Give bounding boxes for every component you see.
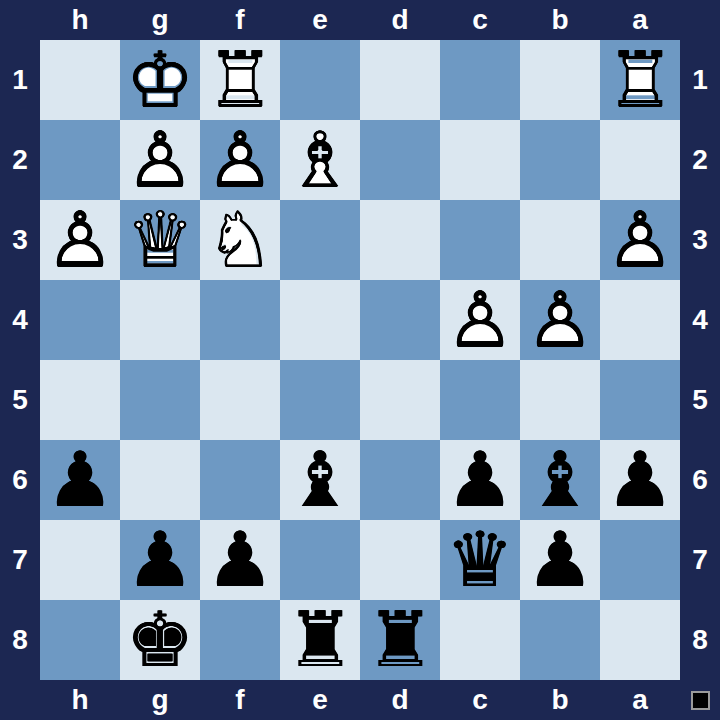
rank-label-6: 6	[680, 440, 720, 520]
square-b1[interactable]	[520, 40, 600, 120]
square-e6[interactable]: ♝	[280, 440, 360, 520]
file-label-b: b	[520, 0, 600, 40]
white-pawn-outline-b4: ♙	[520, 280, 600, 360]
square-e8[interactable]: ♜	[280, 600, 360, 680]
black-rook-e8: ♜	[280, 600, 360, 680]
white-queen-g3: ♛	[120, 200, 200, 280]
square-a1[interactable]: ♜♖	[600, 40, 680, 120]
square-d8[interactable]: ♜	[360, 600, 440, 680]
white-pawn-outline-h3: ♙	[40, 200, 120, 280]
white-king-outline-g1: ♔	[120, 40, 200, 120]
square-d7[interactable]	[360, 520, 440, 600]
file-label-b: b	[520, 680, 600, 720]
file-label-f: f	[200, 0, 280, 40]
file-label-h: h	[40, 0, 120, 40]
white-bishop-outline-e2: ♗	[280, 120, 360, 200]
square-c4[interactable]: ♟♙	[440, 280, 520, 360]
square-c7[interactable]: ♛	[440, 520, 520, 600]
black-rook-d8: ♜	[360, 600, 440, 680]
square-f7[interactable]: ♟	[200, 520, 280, 600]
square-d4[interactable]	[360, 280, 440, 360]
file-label-c: c	[440, 0, 520, 40]
rank-label-3: 3	[680, 200, 720, 280]
white-pawn-f2: ♟	[200, 120, 280, 200]
square-g6[interactable]	[120, 440, 200, 520]
square-b5[interactable]	[520, 360, 600, 440]
square-a8[interactable]	[600, 600, 680, 680]
square-g8[interactable]: ♚	[120, 600, 200, 680]
square-f2[interactable]: ♟♙	[200, 120, 280, 200]
square-e4[interactable]	[280, 280, 360, 360]
square-h3[interactable]: ♟♙	[40, 200, 120, 280]
square-f5[interactable]	[200, 360, 280, 440]
chess-board[interactable]: ♚♔♜♖♜♖♟♙♟♙♝♗♟♙♛♕♞♘♟♙♟♙♟♙♟♝♟♝♟♟♟♛♟♚♜♜	[40, 40, 680, 680]
square-a4[interactable]	[600, 280, 680, 360]
white-rook-f1: ♜	[200, 40, 280, 120]
rank-labels-left: 12345678	[0, 40, 40, 680]
square-f6[interactable]	[200, 440, 280, 520]
square-g1[interactable]: ♚♔	[120, 40, 200, 120]
square-e5[interactable]	[280, 360, 360, 440]
white-pawn-outline-a3: ♙	[600, 200, 680, 280]
black-bishop-e6: ♝	[280, 440, 360, 520]
square-h4[interactable]	[40, 280, 120, 360]
square-h6[interactable]: ♟	[40, 440, 120, 520]
square-d6[interactable]	[360, 440, 440, 520]
square-b3[interactable]	[520, 200, 600, 280]
white-pawn-outline-g2: ♙	[120, 120, 200, 200]
file-label-h: h	[40, 680, 120, 720]
chess-diagram: hgfedcba hgfedcba 12345678 12345678 ♚♔♜♖…	[0, 0, 720, 720]
file-label-g: g	[120, 0, 200, 40]
file-label-a: a	[600, 0, 680, 40]
square-a3[interactable]: ♟♙	[600, 200, 680, 280]
square-b4[interactable]: ♟♙	[520, 280, 600, 360]
square-h7[interactable]	[40, 520, 120, 600]
white-rook-a1: ♜	[600, 40, 680, 120]
black-king-g8: ♚	[120, 600, 200, 680]
square-a2[interactable]	[600, 120, 680, 200]
square-f3[interactable]: ♞♘	[200, 200, 280, 280]
square-a6[interactable]: ♟	[600, 440, 680, 520]
square-b7[interactable]: ♟	[520, 520, 600, 600]
square-c5[interactable]	[440, 360, 520, 440]
black-pawn-g7: ♟	[120, 520, 200, 600]
file-label-d: d	[360, 0, 440, 40]
file-label-g: g	[120, 680, 200, 720]
square-h1[interactable]	[40, 40, 120, 120]
white-pawn-a3: ♟	[600, 200, 680, 280]
square-e2[interactable]: ♝♗	[280, 120, 360, 200]
square-c1[interactable]	[440, 40, 520, 120]
square-d1[interactable]	[360, 40, 440, 120]
square-c2[interactable]	[440, 120, 520, 200]
white-king-g1: ♚	[120, 40, 200, 120]
rank-label-4: 4	[0, 280, 40, 360]
square-d5[interactable]	[360, 360, 440, 440]
white-knight-outline-f3: ♘	[200, 200, 280, 280]
rank-labels-right: 12345678	[680, 40, 720, 680]
square-b8[interactable]	[520, 600, 600, 680]
rank-label-7: 7	[680, 520, 720, 600]
white-rook-outline-f1: ♖	[200, 40, 280, 120]
square-h8[interactable]	[40, 600, 120, 680]
white-pawn-c4: ♟	[440, 280, 520, 360]
square-g7[interactable]: ♟	[120, 520, 200, 600]
square-e3[interactable]	[280, 200, 360, 280]
rank-label-6: 6	[0, 440, 40, 520]
rank-label-3: 3	[0, 200, 40, 280]
file-label-e: e	[280, 680, 360, 720]
white-pawn-outline-f2: ♙	[200, 120, 280, 200]
file-label-e: e	[280, 0, 360, 40]
file-label-d: d	[360, 680, 440, 720]
square-c3[interactable]	[440, 200, 520, 280]
square-g2[interactable]: ♟♙	[120, 120, 200, 200]
square-d3[interactable]	[360, 200, 440, 280]
square-d2[interactable]	[360, 120, 440, 200]
white-pawn-b4: ♟	[520, 280, 600, 360]
square-f4[interactable]	[200, 280, 280, 360]
black-pawn-a6: ♟	[600, 440, 680, 520]
square-a5[interactable]	[600, 360, 680, 440]
black-pawn-c6: ♟	[440, 440, 520, 520]
square-b6[interactable]: ♝	[520, 440, 600, 520]
black-to-move-indicator	[691, 691, 710, 710]
file-label-f: f	[200, 680, 280, 720]
rank-label-5: 5	[680, 360, 720, 440]
rank-label-4: 4	[680, 280, 720, 360]
square-g4[interactable]	[120, 280, 200, 360]
file-label-a: a	[600, 680, 680, 720]
square-f8[interactable]	[200, 600, 280, 680]
rank-label-8: 8	[680, 600, 720, 680]
white-knight-f3: ♞	[200, 200, 280, 280]
rank-label-2: 2	[680, 120, 720, 200]
file-label-c: c	[440, 680, 520, 720]
square-h2[interactable]	[40, 120, 120, 200]
rank-label-2: 2	[0, 120, 40, 200]
white-rook-outline-a1: ♖	[600, 40, 680, 120]
rank-label-1: 1	[0, 40, 40, 120]
file-labels-top: hgfedcba	[40, 0, 680, 40]
white-pawn-g2: ♟	[120, 120, 200, 200]
white-queen-outline-g3: ♕	[120, 200, 200, 280]
square-e7[interactable]	[280, 520, 360, 600]
square-e1[interactable]	[280, 40, 360, 120]
rank-label-5: 5	[0, 360, 40, 440]
black-pawn-f7: ♟	[200, 520, 280, 600]
square-b2[interactable]	[520, 120, 600, 200]
square-c6[interactable]: ♟	[440, 440, 520, 520]
white-pawn-outline-c4: ♙	[440, 280, 520, 360]
file-labels-bottom: hgfedcba	[40, 680, 680, 720]
rank-label-8: 8	[0, 600, 40, 680]
square-f1[interactable]: ♜♖	[200, 40, 280, 120]
square-h5[interactable]	[40, 360, 120, 440]
black-queen-c7: ♛	[440, 520, 520, 600]
square-g3[interactable]: ♛♕	[120, 200, 200, 280]
black-bishop-b6: ♝	[520, 440, 600, 520]
black-pawn-h6: ♟	[40, 440, 120, 520]
white-pawn-h3: ♟	[40, 200, 120, 280]
rank-label-7: 7	[0, 520, 40, 600]
square-c8[interactable]	[440, 600, 520, 680]
white-bishop-e2: ♝	[280, 120, 360, 200]
rank-label-1: 1	[680, 40, 720, 120]
square-g5[interactable]	[120, 360, 200, 440]
black-pawn-b7: ♟	[520, 520, 600, 600]
square-a7[interactable]	[600, 520, 680, 600]
